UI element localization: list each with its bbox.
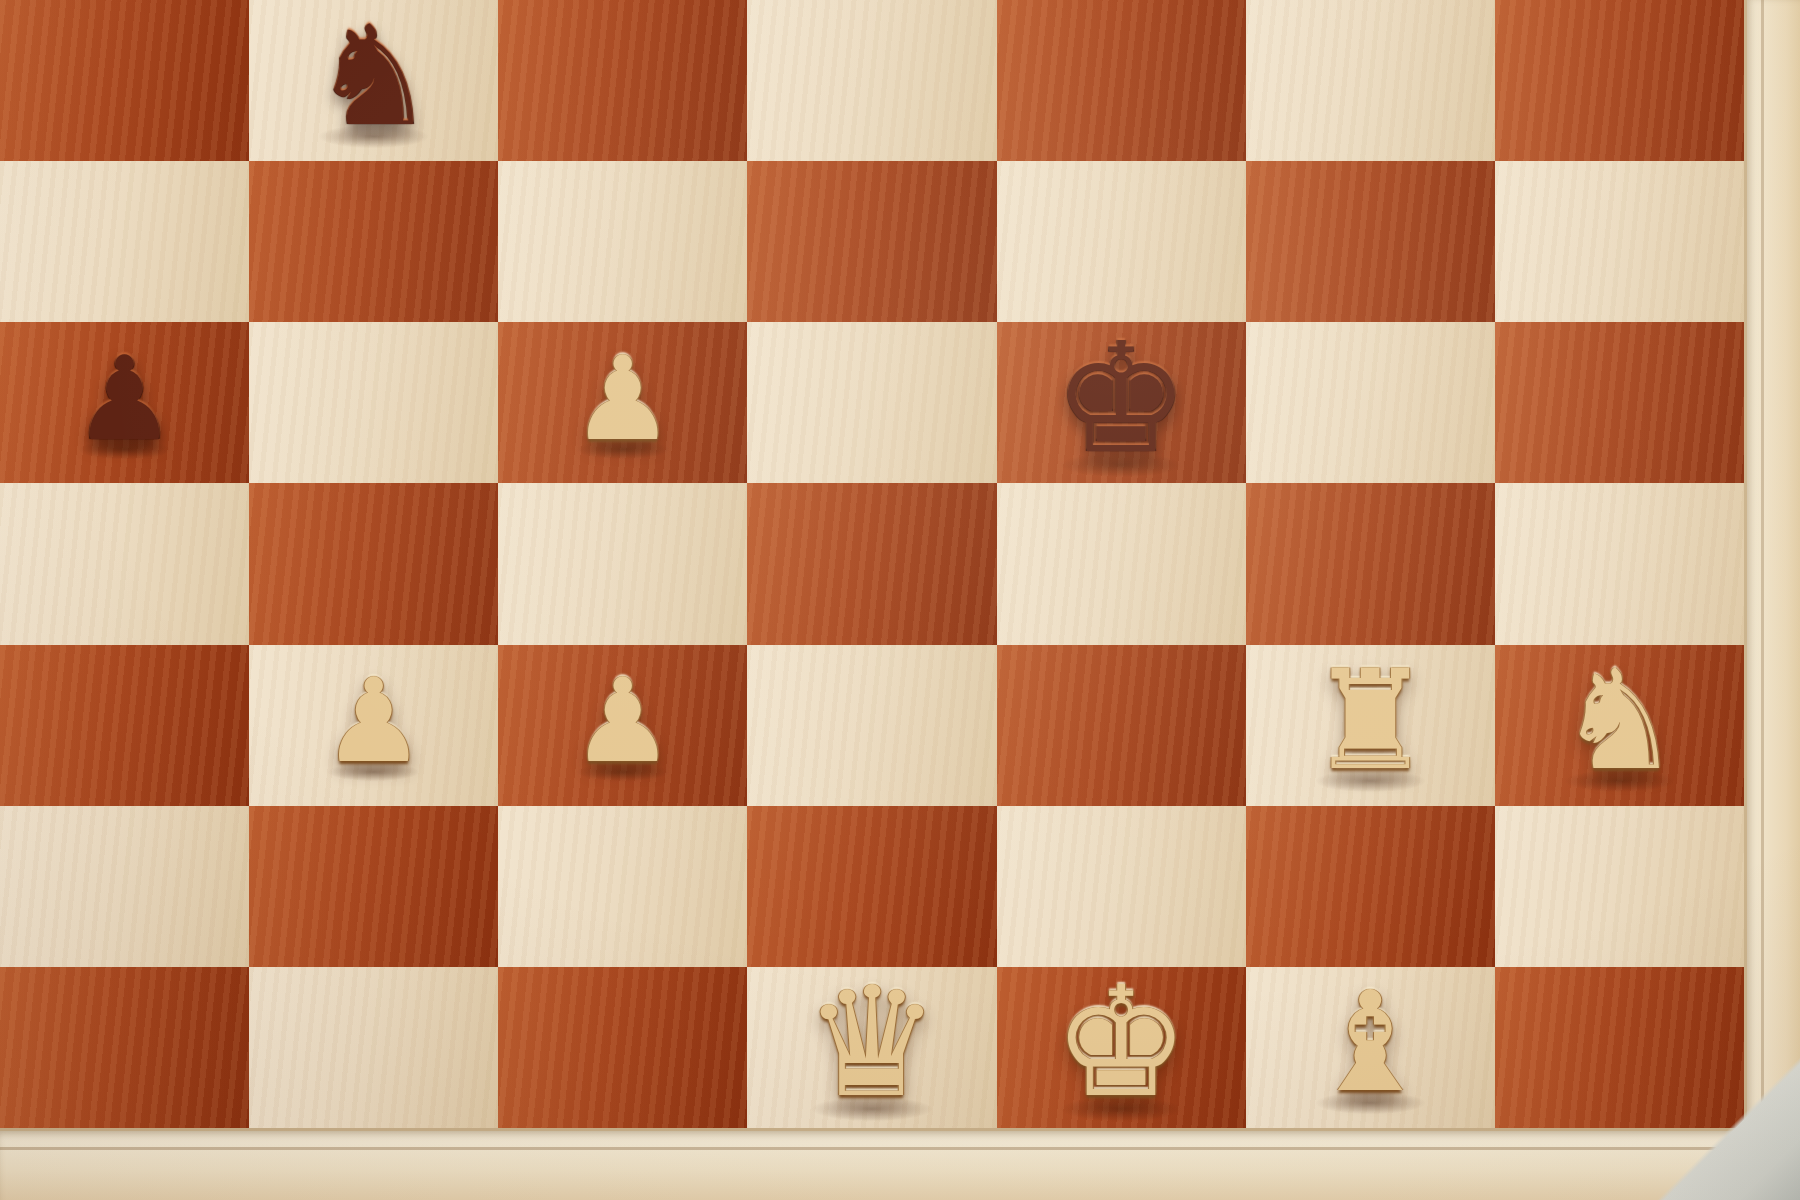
square-a7[interactable] bbox=[0, 0, 249, 161]
square-d5[interactable] bbox=[747, 322, 996, 483]
square-d2[interactable] bbox=[747, 806, 996, 967]
piece-light-pawn-c5[interactable]: ♟ bbox=[571, 341, 675, 457]
square-f2[interactable] bbox=[1246, 806, 1495, 967]
square-f7[interactable] bbox=[1246, 0, 1495, 161]
square-g3[interactable]: ♞ bbox=[1495, 645, 1744, 806]
board-frame-front-edge bbox=[0, 1128, 1800, 1200]
square-a6[interactable] bbox=[0, 161, 249, 322]
square-e4[interactable] bbox=[997, 483, 1246, 644]
square-e1[interactable]: ♚ bbox=[997, 967, 1246, 1128]
photo-stage: ♞♟♟♚♟♟♜♞♛♚♝ bbox=[0, 0, 1800, 1200]
piece-light-pawn-c3[interactable]: ♟ bbox=[571, 663, 675, 779]
square-b3[interactable]: ♟ bbox=[249, 645, 498, 806]
square-g2[interactable] bbox=[1495, 806, 1744, 967]
square-a1[interactable] bbox=[0, 967, 249, 1128]
square-a4[interactable] bbox=[0, 483, 249, 644]
square-b6[interactable] bbox=[249, 161, 498, 322]
square-b5[interactable] bbox=[249, 322, 498, 483]
square-c5[interactable]: ♟ bbox=[498, 322, 747, 483]
square-g7[interactable] bbox=[1495, 0, 1744, 161]
square-e7[interactable] bbox=[997, 0, 1246, 161]
square-d1[interactable]: ♛ bbox=[747, 967, 996, 1128]
square-c1[interactable] bbox=[498, 967, 747, 1128]
square-d4[interactable] bbox=[747, 483, 996, 644]
piece-light-pawn-b3[interactable]: ♟ bbox=[322, 663, 426, 779]
square-g6[interactable] bbox=[1495, 161, 1744, 322]
square-e3[interactable] bbox=[997, 645, 1246, 806]
square-b1[interactable] bbox=[249, 967, 498, 1128]
square-e2[interactable] bbox=[997, 806, 1246, 967]
square-g5[interactable] bbox=[1495, 322, 1744, 483]
chess-board: ♞♟♟♚♟♟♜♞♛♚♝ bbox=[0, 0, 1744, 1128]
piece-light-queen-d1[interactable]: ♛ bbox=[804, 967, 940, 1119]
square-f3[interactable]: ♜ bbox=[1246, 645, 1495, 806]
square-f6[interactable] bbox=[1246, 161, 1495, 322]
square-c7[interactable] bbox=[498, 0, 747, 161]
square-c3[interactable]: ♟ bbox=[498, 645, 747, 806]
piece-dark-pawn-a5[interactable]: ♟ bbox=[73, 341, 177, 457]
piece-dark-king-e5[interactable]: ♚ bbox=[1053, 323, 1189, 475]
square-c4[interactable] bbox=[498, 483, 747, 644]
square-e6[interactable] bbox=[997, 161, 1246, 322]
square-a2[interactable] bbox=[0, 806, 249, 967]
square-a5[interactable]: ♟ bbox=[0, 322, 249, 483]
piece-dark-knight-b7[interactable]: ♞ bbox=[312, 8, 436, 146]
square-f5[interactable] bbox=[1246, 322, 1495, 483]
square-b2[interactable] bbox=[249, 806, 498, 967]
square-f4[interactable] bbox=[1246, 483, 1495, 644]
piece-light-king-e1[interactable]: ♚ bbox=[1053, 967, 1189, 1119]
square-g4[interactable] bbox=[1495, 483, 1744, 644]
square-a3[interactable] bbox=[0, 645, 249, 806]
square-c2[interactable] bbox=[498, 806, 747, 967]
square-f1[interactable]: ♝ bbox=[1246, 967, 1495, 1128]
frame-groove bbox=[0, 1147, 1800, 1150]
square-d6[interactable] bbox=[747, 161, 996, 322]
square-b4[interactable] bbox=[249, 483, 498, 644]
piece-light-knight-g3[interactable]: ♞ bbox=[1558, 652, 1682, 790]
square-d3[interactable] bbox=[747, 645, 996, 806]
square-b7[interactable]: ♞ bbox=[249, 0, 498, 161]
frame-groove-right bbox=[1761, 0, 1764, 1128]
square-d7[interactable] bbox=[747, 0, 996, 161]
table-surface-corner bbox=[1630, 1030, 1800, 1200]
piece-light-rook-f3[interactable]: ♜ bbox=[1308, 652, 1432, 790]
piece-light-bishop-f1[interactable]: ♝ bbox=[1308, 974, 1432, 1112]
square-c6[interactable] bbox=[498, 161, 747, 322]
board-frame-right-edge bbox=[1744, 0, 1800, 1128]
square-e5[interactable]: ♚ bbox=[997, 322, 1246, 483]
